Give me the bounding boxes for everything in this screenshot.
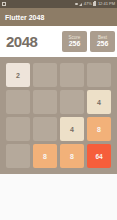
game-title: 2048 [6,33,37,50]
score-value: 256 [69,40,81,48]
empty-cell [60,90,84,114]
bottom-empty-area [0,174,117,220]
empty-cell [33,63,57,87]
tile-64: 64 [87,144,111,168]
empty-cell [6,117,30,141]
board[interactable]: 24488864 [0,57,117,174]
empty-cell [6,144,30,168]
app-bar: Flutter 2048 [0,8,117,26]
tile-2: 2 [6,63,30,87]
tile-8: 8 [60,144,84,168]
tile-8: 8 [33,144,57,168]
empty-cell [33,117,57,141]
notification-square-icon [2,2,6,6]
tile-4: 4 [60,117,84,141]
game-header: 2048 Score 256 Best 256 [0,26,117,57]
best-value: 256 [97,40,109,48]
tile-4: 4 [87,90,111,114]
empty-cell [6,90,30,114]
score-box: Score 256 [62,31,87,52]
battery-percent: 47% [84,2,92,6]
phone-screen: 47% 12:41 PM Flutter 2048 2048 Score 256… [0,0,117,220]
empty-cell [87,63,111,87]
empty-cell [33,90,57,114]
empty-cell [60,63,84,87]
status-bar: 47% 12:41 PM [0,0,117,8]
alarm-dot-icon [75,3,78,6]
signal-triangle-icon [79,3,82,6]
best-box: Best 256 [90,31,115,52]
app-bar-title: Flutter 2048 [5,14,44,21]
battery-icon [93,2,96,7]
clock-text: 12:41 PM [98,2,115,6]
tile-8: 8 [87,117,111,141]
